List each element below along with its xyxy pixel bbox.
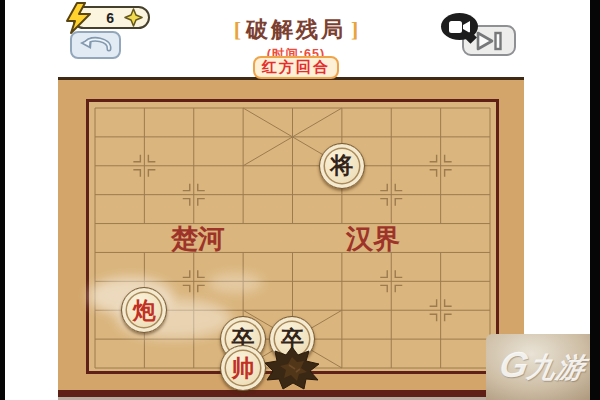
lightning-icon <box>63 2 97 34</box>
jiuyou-watermark: G九游 <box>496 344 590 387</box>
plus-star-icon[interactable] <box>124 8 143 27</box>
title-bracket-left: [ <box>234 17 241 42</box>
watermark-logo-text: 九游 <box>525 352 588 383</box>
energy-count: 6 <box>106 10 114 26</box>
xiangqi-board: 楚河 汉界 将炮卒卒帅 <box>58 77 524 397</box>
undo-button[interactable] <box>70 31 121 59</box>
letterbox-right <box>590 0 600 400</box>
letterbox-left <box>0 0 5 400</box>
piece-black-general[interactable]: 将 <box>319 143 365 189</box>
game-screen: 6 [破解残局] (时间:65) 红方回合 <box>0 0 600 400</box>
board-grid[interactable]: 将炮卒卒帅 <box>70 94 514 383</box>
turn-badge: 红方回合 <box>253 56 339 79</box>
piece-red-cannon[interactable]: 炮 <box>121 287 167 333</box>
watermark-area: G九游 <box>486 334 600 400</box>
title-text: 破解残局 <box>246 17 346 42</box>
page-title: [破解残局] <box>166 15 426 45</box>
skip-next-icon <box>473 29 505 53</box>
video-ad-button[interactable] <box>441 13 478 40</box>
undo-arrow-icon <box>77 34 115 56</box>
smoke-blob <box>263 345 321 391</box>
piece-red-general[interactable]: 帅 <box>220 345 266 391</box>
title-bracket-right: ] <box>351 17 358 42</box>
